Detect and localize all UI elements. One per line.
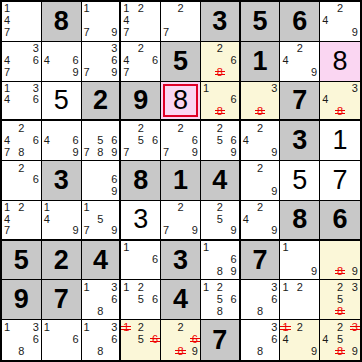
pencil-marks: 469 [42,42,81,81]
candidate-7: 7 [4,147,10,158]
candidate-2: 2 [138,282,144,293]
cell-r9c8[interactable]: 1249 [280,320,320,360]
candidate-6: 6 [192,135,198,146]
sudoku-board: 1478179124727356249346746936792467526812… [0,0,362,362]
solved-digit-5: 5 [42,82,81,120]
candidate-1: 1 [203,282,209,293]
candidate-6: 6 [152,254,158,265]
pencil-marks: 249 [280,42,319,81]
pencil-marks: 249 [320,2,360,41]
pencil-marks: 179 [82,2,120,41]
candidate-2: 2 [257,163,263,174]
candidate-9: 9 [352,346,358,357]
given-digit-2: 2 [82,82,120,120]
given-digit-4: 4 [201,161,239,200]
candidate-2: 2 [177,3,183,14]
cell-r3c7[interactable]: 38 [241,82,281,122]
given-digit-4: 4 [161,280,200,319]
cell-r5c5[interactable]: 1 [161,161,201,201]
candidate-7: 7 [123,67,129,78]
given-digit-9: 9 [121,82,160,120]
pencil-marks: 1368 [82,320,120,360]
cell-r5c7[interactable]: 29 [241,161,281,201]
given-digit-3: 3 [280,121,319,160]
pencil-marks: 2689 [161,320,200,360]
cell-r2c6[interactable]: 268 [201,42,241,82]
pencil-marks: 168 [201,82,239,120]
pencil-marks: 2569 [201,121,239,160]
cell-r3c5[interactable]: 8 [161,82,201,122]
pencil-marks: 56789 [82,121,120,160]
candidate-1: 1 [282,242,288,253]
candidate-7: 7 [84,225,90,236]
candidate-6-eliminated: 6 [152,334,158,345]
candidate-2: 2 [18,202,24,213]
candidate-7: 7 [123,147,129,158]
cell-r6c8[interactable]: 8 [280,201,320,241]
cell-r4c6[interactable]: 2569 [201,121,241,161]
candidate-4: 4 [243,214,249,225]
pencil-marks: 348 [320,82,360,120]
cell-r5c2[interactable]: 3 [42,161,82,201]
candidate-6: 6 [111,334,117,345]
candidate-2: 2 [297,322,303,333]
pencil-marks: 26 [2,161,41,200]
cell-r2c7[interactable]: 1 [241,42,281,82]
candidate-1: 1 [84,282,90,293]
cell-r5c4[interactable]: 8 [121,161,161,201]
cell-r4c9[interactable]: 1 [320,121,360,161]
cell-r8c2[interactable]: 7 [42,280,82,320]
pencil-marks: 1249 [280,320,319,360]
candidate-2: 2 [257,123,263,134]
candidate-9: 9 [72,147,78,158]
candidate-1: 1 [203,83,209,94]
candidate-3: 3 [271,322,277,333]
solved-digit-8: 8 [161,82,200,120]
cell-r7c2[interactable]: 2 [42,241,82,281]
candidate-4: 4 [322,334,328,345]
candidate-9: 9 [192,346,198,357]
given-digit-4: 4 [82,241,120,280]
given-digit-6: 6 [320,201,360,239]
cell-r2c4[interactable]: 2467 [121,42,161,82]
candidate-4: 4 [4,55,10,66]
candidate-3-eliminated: 3 [352,322,358,333]
cell-r8c7[interactable]: 368 [241,280,281,320]
candidate-9: 9 [271,186,277,197]
candidate-2: 2 [138,322,144,333]
cell-r7c1[interactable]: 5 [2,241,42,281]
candidate-5: 5 [337,294,343,305]
cell-r2c1[interactable]: 3467 [2,42,42,82]
candidate-4: 4 [123,15,129,26]
candidate-3: 3 [33,83,39,94]
candidate-8: 8 [217,306,223,317]
candidate-6: 6 [72,55,78,66]
cell-r6c4[interactable]: 3 [121,201,161,241]
candidate-1: 1 [84,322,90,333]
cell-r7c8[interactable]: 19 [280,241,320,281]
candidate-9: 9 [111,186,117,197]
cell-r2c3[interactable]: 3679 [82,42,122,82]
solved-digit-1: 1 [320,121,360,160]
cell-r2c8[interactable]: 249 [280,42,320,82]
cell-r3c1[interactable]: 1346 [2,82,42,122]
candidate-1-eliminated: 1 [282,322,288,333]
candidate-6: 6 [33,55,39,66]
candidate-6: 6 [33,94,39,105]
cell-r1c1[interactable]: 147 [2,2,42,42]
given-digit-7: 7 [241,241,280,280]
cell-r9c3[interactable]: 1368 [82,320,122,360]
candidate-1: 1 [4,322,10,333]
candidate-1: 1 [203,242,209,253]
candidate-6: 6 [231,94,237,105]
cell-r1c7[interactable]: 5 [241,2,281,42]
cell-r1c9[interactable]: 249 [320,2,360,42]
cell-r4c4[interactable]: 2567 [121,121,161,161]
candidate-2: 2 [297,43,303,54]
pencil-marks: 2567 [121,121,160,160]
candidate-6: 6 [33,334,39,345]
given-digit-5: 5 [2,241,41,280]
pencil-marks: 3679 [82,42,120,81]
candidate-3: 3 [111,322,117,333]
cell-r8c5[interactable]: 4 [161,280,201,320]
candidate-6: 6 [33,174,39,185]
cell-r8c6[interactable]: 12568 [201,280,241,320]
cell-r5c3[interactable]: 69 [82,161,122,201]
given-digit-6: 6 [280,2,319,41]
candidate-9: 9 [352,27,358,38]
candidate-1: 1 [44,202,50,213]
given-digit-3: 3 [161,241,200,280]
cell-r9c5[interactable]: 2689 [161,320,201,360]
candidate-1: 1 [4,202,10,213]
pencil-marks: 1256 [121,320,160,360]
candidate-1: 1 [84,3,90,14]
cell-r1c4[interactable]: 1247 [121,2,161,42]
cell-r4c1[interactable]: 24678 [2,121,42,161]
cell-r1c3[interactable]: 179 [82,2,122,42]
pencil-marks: 259 [201,201,239,239]
candidate-9: 9 [311,67,317,78]
candidate-3: 3 [271,83,277,94]
candidate-1: 1 [44,322,50,333]
cell-r3c8[interactable]: 7 [280,82,320,122]
candidate-1: 1 [4,83,10,94]
candidate-9: 9 [111,225,117,236]
candidate-3: 3 [111,282,117,293]
given-digit-8: 8 [280,201,319,239]
candidate-6: 6 [231,254,237,265]
cell-r8c8[interactable]: 12 [280,280,320,320]
candidate-6: 6 [231,294,237,305]
pencil-marks: 27 [161,2,200,41]
pencil-marks: 12 [280,280,319,319]
candidate-8-eliminated: 8 [337,266,343,277]
given-digit-2: 2 [42,241,81,280]
candidate-8-eliminated: 8 [217,106,223,117]
candidate-7: 7 [4,27,10,38]
pencil-marks: 24678 [2,121,41,160]
candidate-3: 3 [352,83,358,94]
candidate-8: 8 [18,147,24,158]
candidate-4: 4 [282,334,288,345]
cell-r5c8[interactable]: 5 [280,161,320,201]
pencil-marks: 1256 [121,280,160,319]
cell-r7c6[interactable]: 1689 [201,241,241,281]
candidate-1: 1 [84,202,90,213]
candidate-8: 8 [257,346,263,357]
candidate-8-eliminated: 8 [337,106,343,117]
candidate-2: 2 [138,3,144,14]
candidate-6: 6 [152,55,158,66]
candidate-1: 1 [123,242,129,253]
pencil-marks: 38 [241,82,280,120]
cell-r8c4[interactable]: 1256 [121,280,161,320]
given-digit-8: 8 [121,161,160,200]
cell-r1c8[interactable]: 6 [280,2,320,42]
candidate-4: 4 [322,94,328,105]
candidate-2: 2 [217,43,223,54]
pencil-marks: 89 [320,241,360,280]
cell-r1c5[interactable]: 27 [161,2,201,42]
candidate-4: 4 [243,135,249,146]
candidate-1: 1 [123,282,129,293]
candidate-9: 9 [231,225,237,236]
candidate-1: 1 [4,3,10,14]
given-digit-7: 7 [280,82,319,120]
cell-r7c7[interactable]: 7 [241,241,281,281]
candidate-2: 2 [337,322,343,333]
cell-r6c9[interactable]: 6 [320,201,360,241]
cell-r9c7[interactable]: 368 [241,320,281,360]
candidate-6: 6 [33,135,39,146]
candidate-2: 2 [337,282,343,293]
cell-r8c3[interactable]: 1368 [82,280,122,320]
pencil-marks: 1346 [2,82,41,120]
candidate-6: 6 [271,334,277,345]
pencil-marks: 1368 [82,280,120,319]
candidate-3: 3 [271,282,277,293]
candidate-6: 6 [271,294,277,305]
candidate-6: 6 [111,55,117,66]
cell-r4c7[interactable]: 249 [241,121,281,161]
candidate-6: 6 [111,174,117,185]
pencil-marks: 249 [241,201,280,239]
candidate-4: 4 [44,135,50,146]
candidate-9: 9 [192,225,198,236]
cell-r2c5[interactable]: 5 [161,42,201,82]
candidate-5: 5 [217,294,223,305]
pencil-marks: 1579 [82,201,120,239]
candidate-8: 8 [97,147,103,158]
given-digit-5: 5 [161,42,200,81]
pencil-marks: 368 [241,280,280,319]
candidate-8-eliminated: 8 [177,346,183,357]
candidate-9: 9 [111,67,117,78]
cell-r5c9[interactable]: 7 [320,161,360,201]
candidate-8: 8 [97,346,103,357]
cell-r7c5[interactable]: 3 [161,241,201,281]
candidate-7: 7 [84,147,90,158]
cell-r6c1[interactable]: 1247 [2,201,42,241]
candidate-7: 7 [84,67,90,78]
cell-r8c9[interactable]: 2358 [320,280,360,320]
candidate-8-eliminated: 8 [337,346,343,357]
given-digit-1: 1 [161,161,200,200]
cell-r6c6[interactable]: 259 [201,201,241,241]
candidate-7: 7 [123,27,129,38]
candidate-1: 1 [123,3,129,14]
cell-r2c9[interactable]: 8 [320,42,360,82]
candidate-4: 4 [4,135,10,146]
pencil-marks: 1247 [121,2,160,41]
candidate-8-eliminated: 8 [257,106,263,117]
candidate-9: 9 [352,266,358,277]
solved-digit-3: 3 [121,201,160,239]
cell-r4c2[interactable]: 469 [42,121,82,161]
candidate-4: 4 [4,15,10,26]
candidate-7: 7 [4,67,10,78]
cell-r3c2[interactable]: 5 [42,82,82,122]
solved-digit-7: 7 [320,161,360,200]
pencil-marks: 147 [2,2,41,41]
cell-r3c9[interactable]: 348 [320,82,360,122]
candidate-6: 6 [72,135,78,146]
cell-r2c2[interactable]: 469 [42,42,82,82]
candidate-6: 6 [72,334,78,345]
cell-r5c6[interactable]: 4 [201,161,241,201]
pencil-marks: 16 [121,241,160,280]
solved-digit-5: 5 [280,161,319,200]
cell-r4c8[interactable]: 3 [280,121,320,161]
candidate-2: 2 [217,282,223,293]
candidate-5: 5 [97,214,103,225]
candidate-7: 7 [4,225,10,236]
cell-r9c4[interactable]: 1256 [121,320,161,360]
candidate-9: 9 [72,67,78,78]
candidate-2: 2 [297,282,303,293]
given-digit-1: 1 [241,42,280,81]
candidate-2: 2 [177,322,183,333]
cell-r6c3[interactable]: 1579 [82,201,122,241]
pencil-marks: 69 [82,161,120,200]
candidate-7: 7 [163,225,169,236]
candidate-5: 5 [138,334,144,345]
candidate-6: 6 [231,55,237,66]
candidate-9: 9 [72,225,78,236]
candidate-1: 1 [282,282,288,293]
pencil-marks: 29 [241,161,280,200]
cell-r6c5[interactable]: 279 [161,201,201,241]
pencil-marks: 2467 [121,42,160,81]
given-digit-3: 3 [201,2,239,41]
candidate-2: 2 [177,123,183,134]
candidate-4: 4 [44,55,50,66]
given-digit-9: 9 [2,280,41,319]
pencil-marks: 268 [201,42,239,81]
pencil-marks: 12568 [201,280,239,319]
cell-r9c1[interactable]: 1368 [2,320,42,360]
given-digit-7: 7 [42,280,81,319]
pencil-marks: 368 [241,320,280,360]
cell-r6c7[interactable]: 249 [241,201,281,241]
cell-r7c3[interactable]: 4 [82,241,122,281]
candidate-4: 4 [44,214,50,225]
candidate-2: 2 [217,202,223,213]
cell-r9c2[interactable]: 16 [42,320,82,360]
cell-r3c6[interactable]: 168 [201,82,241,122]
candidate-5: 5 [217,214,223,225]
candidate-2: 2 [138,43,144,54]
candidate-5: 5 [97,135,103,146]
pencil-marks: 1689 [201,241,239,280]
candidate-3: 3 [352,282,358,293]
candidate-6: 6 [231,135,237,146]
candidate-4: 4 [282,55,288,66]
candidate-6: 6 [111,294,117,305]
candidate-9: 9 [231,147,237,158]
cell-r5c1[interactable]: 26 [2,161,42,201]
cell-r3c4[interactable]: 9 [121,82,161,122]
candidate-8-eliminated: 8 [217,67,223,78]
candidate-6: 6 [152,135,158,146]
candidate-6: 6 [111,135,117,146]
cell-r1c6[interactable]: 3 [201,2,241,42]
pencil-marks: 1247 [2,201,41,239]
cell-r8c1[interactable]: 9 [2,280,42,320]
candidate-3: 3 [33,43,39,54]
candidate-9: 9 [311,266,317,277]
candidate-9: 9 [231,266,237,277]
cell-r3c3[interactable]: 2 [82,82,122,122]
cell-r9c9[interactable]: 234589 [320,320,360,360]
cell-r9c6[interactable]: 7 [201,320,241,360]
candidate-9: 9 [111,27,117,38]
pencil-marks: 249 [241,121,280,160]
candidate-8: 8 [257,306,263,317]
cell-r7c4[interactable]: 16 [121,241,161,281]
cell-r4c3[interactable]: 56789 [82,121,122,161]
candidate-9: 9 [271,147,277,158]
pencil-marks: 16 [42,320,81,360]
pencil-marks: 2358 [320,280,360,319]
candidate-5: 5 [337,334,343,345]
candidate-7: 7 [163,147,169,158]
pencil-marks: 234589 [320,320,360,360]
candidate-5: 5 [217,135,223,146]
candidate-9: 9 [271,225,277,236]
candidate-3: 3 [111,43,117,54]
given-digit-5: 5 [241,2,280,41]
cell-r4c5[interactable]: 2679 [161,121,201,161]
candidate-4: 4 [4,214,10,225]
candidate-2: 2 [177,202,183,213]
given-digit-8: 8 [42,2,81,41]
pencil-marks: 1368 [2,320,41,360]
cell-r6c2[interactable]: 149 [42,201,82,241]
candidate-9: 9 [192,147,198,158]
cell-r7c9[interactable]: 89 [320,241,360,281]
cell-r1c2[interactable]: 8 [42,2,82,42]
candidate-2: 2 [257,202,263,213]
pencil-marks: 3467 [2,42,41,81]
candidate-4: 4 [4,94,10,105]
candidate-2: 2 [138,123,144,134]
